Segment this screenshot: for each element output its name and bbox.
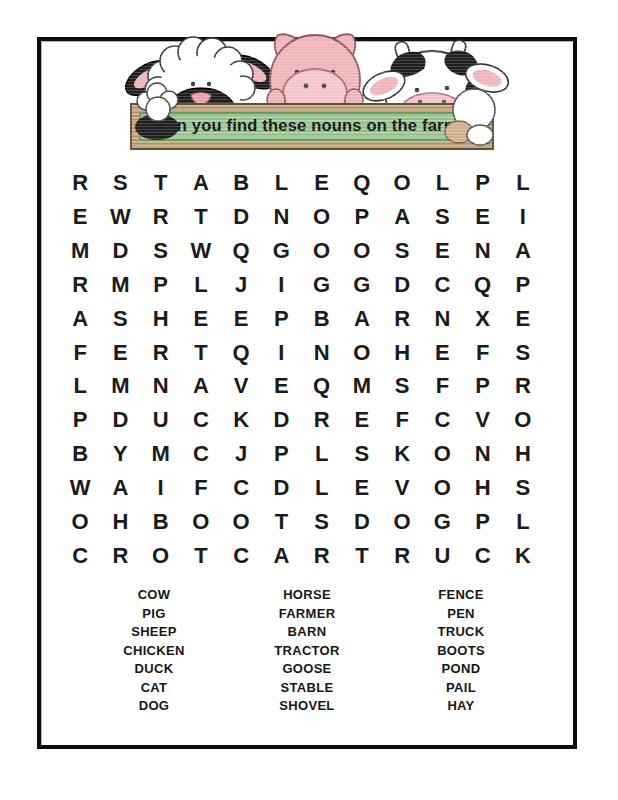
grid-cell-r9c4[interactable]: C bbox=[181, 437, 221, 471]
grid-cell-r2c6[interactable]: N bbox=[261, 200, 301, 234]
grid-cell-r10c4[interactable]: F bbox=[181, 471, 221, 505]
word-list-column-2: HORSEFARMERBARNTRACTORGOOSESTABLESHOVEL bbox=[232, 586, 382, 716]
grid-cell-r11c5[interactable]: O bbox=[221, 505, 261, 539]
grid-cell-r12c9[interactable]: R bbox=[382, 539, 422, 573]
word-item-cat: CAT bbox=[79, 679, 229, 698]
grid-cell-r8c4[interactable]: C bbox=[181, 403, 221, 437]
grid-cell-r9c3[interactable]: M bbox=[141, 437, 181, 471]
grid-cell-r7c3[interactable]: N bbox=[141, 370, 181, 404]
grid-cell-r10c2[interactable]: A bbox=[100, 471, 140, 505]
grid-cell-r2c9[interactable]: A bbox=[382, 200, 422, 234]
grid-cell-r12c10[interactable]: U bbox=[422, 539, 462, 573]
grid-cell-r1c7[interactable]: E bbox=[302, 166, 342, 200]
grid-cell-r10c8[interactable]: E bbox=[342, 471, 382, 505]
grid-cell-r1c3[interactable]: T bbox=[141, 166, 181, 200]
grid-cell-r2c5[interactable]: D bbox=[221, 200, 261, 234]
word-item-shovel: SHOVEL bbox=[232, 697, 382, 716]
grid-cell-r5c7[interactable]: B bbox=[302, 302, 342, 336]
grid-cell-r11c9[interactable]: O bbox=[382, 505, 422, 539]
grid-cell-r4c3[interactable]: P bbox=[141, 268, 181, 302]
grid-cell-r3c4[interactable]: W bbox=[181, 234, 221, 268]
grid-cell-r3c6[interactable]: G bbox=[261, 234, 301, 268]
grid-cell-r11c6[interactable]: T bbox=[261, 505, 301, 539]
grid-cell-r10c3[interactable]: I bbox=[141, 471, 181, 505]
grid-cell-r5c11[interactable]: X bbox=[463, 302, 503, 336]
grid-cell-r11c10[interactable]: G bbox=[422, 505, 462, 539]
grid-cell-r7c12[interactable]: R bbox=[503, 370, 543, 404]
word-item-pail: PAIL bbox=[386, 679, 536, 698]
grid-cell-r8c10[interactable]: C bbox=[422, 403, 462, 437]
grid-cell-r1c12[interactable]: L bbox=[503, 166, 543, 200]
grid-cell-r1c4[interactable]: A bbox=[181, 166, 221, 200]
puzzle-title: Can you find these nouns on the farm? bbox=[155, 116, 469, 135]
word-item-pen: PEN bbox=[386, 605, 536, 624]
word-item-barn: BARN bbox=[232, 623, 382, 642]
grid-cell-r2c7[interactable]: O bbox=[302, 200, 342, 234]
grid-cell-r5c1[interactable]: A bbox=[60, 302, 100, 336]
grid-cell-r7c7[interactable]: Q bbox=[302, 370, 342, 404]
grid-cell-r3c1[interactable]: M bbox=[60, 234, 100, 268]
grid-cell-r10c5[interactable]: C bbox=[221, 471, 261, 505]
grid-cell-r2c3[interactable]: R bbox=[141, 200, 181, 234]
grid-cell-r3c2[interactable]: D bbox=[100, 234, 140, 268]
grid-cell-r1c8[interactable]: Q bbox=[342, 166, 382, 200]
grid-cell-r11c7[interactable]: S bbox=[302, 505, 342, 539]
grid-cell-r6c4[interactable]: T bbox=[181, 336, 221, 370]
grid-cell-r3c7[interactable]: O bbox=[302, 234, 342, 268]
grid-cell-r1c5[interactable]: B bbox=[221, 166, 261, 200]
grid-cell-r7c8[interactable]: M bbox=[342, 370, 382, 404]
grid-cell-r5c12[interactable]: E bbox=[503, 302, 543, 336]
grid-cell-r7c11[interactable]: P bbox=[463, 370, 503, 404]
word-item-fence: FENCE bbox=[386, 586, 536, 605]
grid-cell-r12c2[interactable]: R bbox=[100, 539, 140, 573]
grid-cell-r8c3[interactable]: U bbox=[141, 403, 181, 437]
grid-cell-r1c9[interactable]: O bbox=[382, 166, 422, 200]
grid-cell-r6c8[interactable]: O bbox=[342, 336, 382, 370]
grid-cell-r11c8[interactable]: D bbox=[342, 505, 382, 539]
word-item-hay: HAY bbox=[386, 697, 536, 716]
grid-cell-r6c2[interactable]: E bbox=[100, 336, 140, 370]
grid-cell-r8c8[interactable]: E bbox=[342, 403, 382, 437]
grid-cell-r8c12[interactable]: O bbox=[503, 403, 543, 437]
grid-cell-r4c1[interactable]: R bbox=[60, 268, 100, 302]
grid-cell-r12c8[interactable]: T bbox=[342, 539, 382, 573]
grid-cell-r11c12[interactable]: L bbox=[503, 505, 543, 539]
grid-cell-r3c5[interactable]: Q bbox=[221, 234, 261, 268]
grid-cell-r11c2[interactable]: H bbox=[100, 505, 140, 539]
grid-cell-r4c10[interactable]: C bbox=[422, 268, 462, 302]
grid-cell-r7c1[interactable]: L bbox=[60, 370, 100, 404]
grid-cell-r11c4[interactable]: O bbox=[181, 505, 221, 539]
grid-cell-r8c9[interactable]: F bbox=[382, 403, 422, 437]
grid-cell-r12c5[interactable]: C bbox=[221, 539, 261, 573]
grid-cell-r12c6[interactable]: A bbox=[261, 539, 301, 573]
letter-grid: RSTABLEQOLPLEWRTDNOPASEIMDSWQGOOSENARMPL… bbox=[60, 166, 543, 573]
grid-cell-r3c10[interactable]: E bbox=[422, 234, 462, 268]
grid-cell-r4c2[interactable]: M bbox=[100, 268, 140, 302]
grid-cell-r5c8[interactable]: A bbox=[342, 302, 382, 336]
grid-cell-r1c11[interactable]: P bbox=[463, 166, 503, 200]
grid-cell-r9c2[interactable]: Y bbox=[100, 437, 140, 471]
word-item-pond: POND bbox=[386, 660, 536, 679]
grid-cell-r9c10[interactable]: O bbox=[422, 437, 462, 471]
grid-cell-r12c7[interactable]: R bbox=[302, 539, 342, 573]
grid-cell-r3c12[interactable]: A bbox=[503, 234, 543, 268]
grid-cell-r12c11[interactable]: C bbox=[463, 539, 503, 573]
grid-cell-r9c12[interactable]: H bbox=[503, 437, 543, 471]
grid-cell-r6c6[interactable]: I bbox=[261, 336, 301, 370]
grid-cell-r4c8[interactable]: G bbox=[342, 268, 382, 302]
word-item-duck: DUCK bbox=[79, 660, 229, 679]
grid-cell-r8c6[interactable]: D bbox=[261, 403, 301, 437]
grid-cell-r6c9[interactable]: H bbox=[382, 336, 422, 370]
grid-cell-r11c3[interactable]: B bbox=[141, 505, 181, 539]
grid-cell-r9c7[interactable]: L bbox=[302, 437, 342, 471]
grid-cell-r6c3[interactable]: R bbox=[141, 336, 181, 370]
grid-cell-r11c11[interactable]: P bbox=[463, 505, 503, 539]
grid-cell-r5c5[interactable]: E bbox=[221, 302, 261, 336]
grid-cell-r4c6[interactable]: I bbox=[261, 268, 301, 302]
grid-cell-r4c7[interactable]: G bbox=[302, 268, 342, 302]
grid-cell-r9c6[interactable]: P bbox=[261, 437, 301, 471]
grid-cell-r7c9[interactable]: S bbox=[382, 370, 422, 404]
grid-cell-r9c11[interactable]: N bbox=[463, 437, 503, 471]
word-list-column-3: FENCEPENTRUCKBOOTSPONDPAILHAY bbox=[386, 586, 536, 716]
grid-cell-r5c9[interactable]: R bbox=[382, 302, 422, 336]
word-item-truck: TRUCK bbox=[386, 623, 536, 642]
word-item-sheep: SHEEP bbox=[79, 623, 229, 642]
grid-cell-r12c4[interactable]: T bbox=[181, 539, 221, 573]
grid-cell-r9c8[interactable]: S bbox=[342, 437, 382, 471]
grid-cell-r2c12[interactable]: I bbox=[503, 200, 543, 234]
grid-cell-r10c9[interactable]: V bbox=[382, 471, 422, 505]
grid-cell-r3c8[interactable]: O bbox=[342, 234, 382, 268]
grid-cell-r10c11[interactable]: H bbox=[463, 471, 503, 505]
grid-cell-r6c7[interactable]: N bbox=[302, 336, 342, 370]
grid-cell-r12c1[interactable]: C bbox=[60, 539, 100, 573]
word-item-chicken: CHICKEN bbox=[79, 642, 229, 661]
grid-cell-r6c12[interactable]: S bbox=[503, 336, 543, 370]
grid-cell-r7c5[interactable]: V bbox=[221, 370, 261, 404]
grid-cell-r9c5[interactable]: J bbox=[221, 437, 261, 471]
grid-cell-r3c11[interactable]: N bbox=[463, 234, 503, 268]
grid-cell-r2c1[interactable]: E bbox=[60, 200, 100, 234]
word-item-horse: HORSE bbox=[232, 586, 382, 605]
grid-cell-r4c9[interactable]: D bbox=[382, 268, 422, 302]
grid-cell-r7c2[interactable]: M bbox=[100, 370, 140, 404]
grid-cell-r3c3[interactable]: S bbox=[141, 234, 181, 268]
word-item-cow: COW bbox=[79, 586, 229, 605]
word-item-farmer: FARMER bbox=[232, 605, 382, 624]
grid-cell-r5c3[interactable]: H bbox=[141, 302, 181, 336]
grid-cell-r2c2[interactable]: W bbox=[100, 200, 140, 234]
grid-cell-r1c6[interactable]: L bbox=[261, 166, 301, 200]
grid-cell-r2c4[interactable]: T bbox=[181, 200, 221, 234]
grid-cell-r2c8[interactable]: P bbox=[342, 200, 382, 234]
word-item-tractor: TRACTOR bbox=[232, 642, 382, 661]
grid-cell-r10c1[interactable]: W bbox=[60, 471, 100, 505]
grid-cell-r12c12[interactable]: K bbox=[503, 539, 543, 573]
grid-cell-r6c5[interactable]: Q bbox=[221, 336, 261, 370]
word-list-column-1: COWPIGSHEEPCHICKENDUCKCATDOG bbox=[79, 586, 229, 716]
word-item-dog: DOG bbox=[79, 697, 229, 716]
grid-cell-r10c10[interactable]: O bbox=[422, 471, 462, 505]
sign-board: Can you find these nouns on the farm? bbox=[132, 105, 492, 148]
grid-cell-r6c1[interactable]: F bbox=[60, 336, 100, 370]
grid-cell-r10c12[interactable]: S bbox=[503, 471, 543, 505]
grid-cell-r4c11[interactable]: Q bbox=[463, 268, 503, 302]
grid-cell-r8c2[interactable]: D bbox=[100, 403, 140, 437]
grid-cell-r1c2[interactable]: S bbox=[100, 166, 140, 200]
grid-cell-r2c11[interactable]: E bbox=[463, 200, 503, 234]
grid-cell-r4c12[interactable]: P bbox=[503, 268, 543, 302]
grid-cell-r10c7[interactable]: L bbox=[302, 471, 342, 505]
grid-cell-r12c3[interactable]: O bbox=[141, 539, 181, 573]
grid-cell-r9c1[interactable]: B bbox=[60, 437, 100, 471]
grid-cell-r11c1[interactable]: O bbox=[60, 505, 100, 539]
grid-cell-r5c10[interactable]: N bbox=[422, 302, 462, 336]
grid-cell-r5c4[interactable]: E bbox=[181, 302, 221, 336]
grid-cell-r3c9[interactable]: S bbox=[382, 234, 422, 268]
grid-cell-r8c7[interactable]: R bbox=[302, 403, 342, 437]
grid-cell-r9c9[interactable]: K bbox=[382, 437, 422, 471]
grid-cell-r6c11[interactable]: F bbox=[463, 336, 503, 370]
word-item-stable: STABLE bbox=[232, 679, 382, 698]
grid-cell-r8c1[interactable]: P bbox=[60, 403, 100, 437]
grid-cell-r4c5[interactable]: J bbox=[221, 268, 261, 302]
word-item-pig: PIG bbox=[79, 605, 229, 624]
grid-cell-r5c2[interactable]: S bbox=[100, 302, 140, 336]
word-item-boots: BOOTS bbox=[386, 642, 536, 661]
grid-cell-r7c6[interactable]: E bbox=[261, 370, 301, 404]
grid-cell-r2c10[interactable]: S bbox=[422, 200, 462, 234]
grid-cell-r7c4[interactable]: A bbox=[181, 370, 221, 404]
grid-cell-r8c11[interactable]: V bbox=[463, 403, 503, 437]
sign-panel: Can you find these nouns on the farm? bbox=[139, 112, 485, 141]
grid-cell-r5c6[interactable]: P bbox=[261, 302, 301, 336]
grid-cell-r6c10[interactable]: E bbox=[422, 336, 462, 370]
word-item-goose: GOOSE bbox=[232, 660, 382, 679]
grid-cell-r4c4[interactable]: L bbox=[181, 268, 221, 302]
grid-cell-r1c1[interactable]: R bbox=[60, 166, 100, 200]
grid-cell-r1c10[interactable]: L bbox=[422, 166, 462, 200]
grid-cell-r10c6[interactable]: D bbox=[261, 471, 301, 505]
grid-cell-r8c5[interactable]: K bbox=[221, 403, 261, 437]
grid-cell-r7c10[interactable]: F bbox=[422, 370, 462, 404]
